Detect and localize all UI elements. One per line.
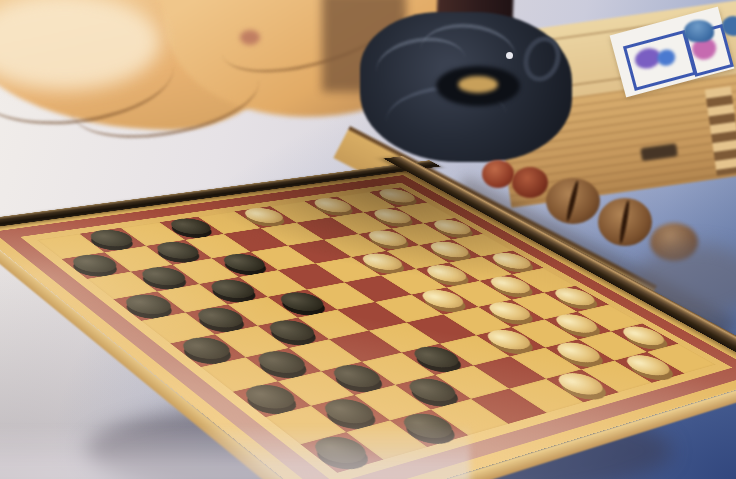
pouch-eyelet [506, 52, 513, 59]
depth-of-field-haze [0, 424, 470, 479]
chestnut [512, 167, 548, 198]
photo-of-draughts-game [0, 0, 736, 479]
red-mark [240, 30, 260, 45]
chestnut [482, 160, 514, 188]
pouch-contents [458, 76, 498, 93]
blue-paint-pot [684, 20, 714, 42]
